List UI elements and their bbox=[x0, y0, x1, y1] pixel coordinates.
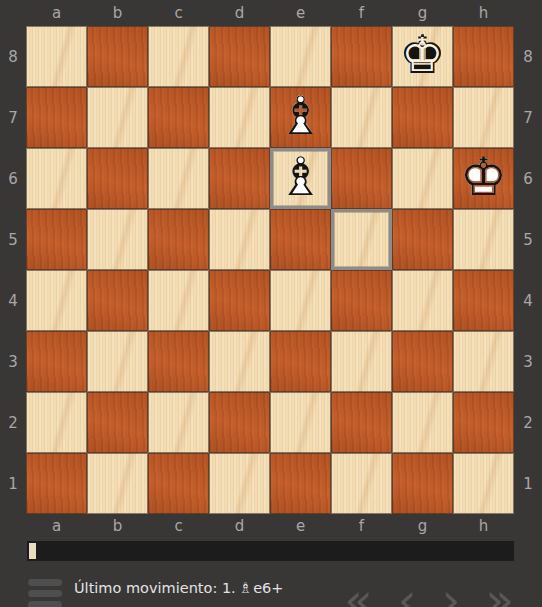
square-a2[interactable] bbox=[26, 392, 87, 453]
file-label-top-d: d bbox=[209, 0, 270, 26]
white-bishop-outline: ♗ bbox=[270, 85, 331, 146]
square-g5[interactable] bbox=[392, 209, 453, 270]
square-h6[interactable]: ♚♔ bbox=[453, 148, 514, 209]
board-corner bbox=[0, 514, 26, 537]
white-king: ♚♔ bbox=[453, 148, 514, 209]
square-b8[interactable] bbox=[87, 26, 148, 87]
rank-label-left-4: 4 bbox=[0, 270, 26, 331]
square-g2[interactable] bbox=[392, 392, 453, 453]
rank-label-right-4: 4 bbox=[514, 270, 542, 331]
file-label-top-h: h bbox=[453, 0, 514, 26]
square-a7[interactable] bbox=[26, 87, 87, 148]
square-b1[interactable] bbox=[87, 453, 148, 514]
square-f1[interactable] bbox=[331, 453, 392, 514]
square-f4[interactable] bbox=[331, 270, 392, 331]
square-g7[interactable] bbox=[392, 87, 453, 148]
board-corner bbox=[0, 0, 26, 26]
rank-label-left-1: 1 bbox=[0, 453, 26, 514]
square-c5[interactable] bbox=[148, 209, 209, 270]
square-a6[interactable] bbox=[26, 148, 87, 209]
square-a1[interactable] bbox=[26, 453, 87, 514]
rank-label-right-2: 2 bbox=[514, 392, 542, 453]
square-d4[interactable] bbox=[209, 270, 270, 331]
rank-label-left-7: 7 bbox=[0, 87, 26, 148]
square-g6[interactable] bbox=[392, 148, 453, 209]
square-d5[interactable] bbox=[209, 209, 270, 270]
square-c1[interactable] bbox=[148, 453, 209, 514]
rank-label-right-7: 7 bbox=[514, 87, 542, 148]
file-label-top-g: g bbox=[392, 0, 453, 26]
file-label-top-f: f bbox=[331, 0, 392, 26]
first-move-button[interactable]: « bbox=[344, 581, 373, 607]
square-c2[interactable] bbox=[148, 392, 209, 453]
file-label-top-e: e bbox=[270, 0, 331, 26]
white-king-outline: ♔ bbox=[453, 146, 514, 207]
square-e6[interactable]: ♝♗ bbox=[270, 148, 331, 209]
square-g1[interactable] bbox=[392, 453, 453, 514]
square-h1[interactable] bbox=[453, 453, 514, 514]
move-number: 1. bbox=[222, 580, 236, 596]
move-navigation: « ‹ › » bbox=[344, 581, 514, 607]
menu-icon[interactable] bbox=[28, 579, 62, 607]
square-a8[interactable] bbox=[26, 26, 87, 87]
bottom-toolbar: Último movimiento: 1.♗e6+ « ‹ › » bbox=[0, 565, 542, 607]
square-e1[interactable] bbox=[270, 453, 331, 514]
file-label-bottom-h: h bbox=[453, 514, 514, 537]
square-h2[interactable] bbox=[453, 392, 514, 453]
menu-icon-bar bbox=[28, 601, 62, 607]
rank-label-right-1: 1 bbox=[514, 453, 542, 514]
square-e4[interactable] bbox=[270, 270, 331, 331]
file-label-bottom-a: a bbox=[26, 514, 87, 537]
black-king: ♚♔ bbox=[392, 26, 453, 87]
file-label-bottom-f: f bbox=[331, 514, 392, 537]
rank-label-left-5: 5 bbox=[0, 209, 26, 270]
white-bishop-icon: ♗ bbox=[239, 579, 252, 597]
rank-label-left-8: 8 bbox=[0, 26, 26, 87]
square-e2[interactable] bbox=[270, 392, 331, 453]
square-f5[interactable] bbox=[331, 209, 392, 270]
square-c4[interactable] bbox=[148, 270, 209, 331]
board-corner bbox=[514, 514, 542, 537]
black-king-outline: ♔ bbox=[396, 28, 450, 82]
previous-move-button[interactable]: ‹ bbox=[398, 581, 417, 607]
square-e8[interactable] bbox=[270, 26, 331, 87]
file-label-bottom-b: b bbox=[87, 514, 148, 537]
square-h5[interactable] bbox=[453, 209, 514, 270]
square-b5[interactable] bbox=[87, 209, 148, 270]
white-bishop: ♝♗ bbox=[270, 87, 331, 148]
square-c3[interactable] bbox=[148, 331, 209, 392]
square-b4[interactable] bbox=[87, 270, 148, 331]
rank-label-right-6: 6 bbox=[514, 148, 542, 209]
square-d6[interactable] bbox=[209, 148, 270, 209]
square-b7[interactable] bbox=[87, 87, 148, 148]
square-g3[interactable] bbox=[392, 331, 453, 392]
square-f7[interactable] bbox=[331, 87, 392, 148]
square-b6[interactable] bbox=[87, 148, 148, 209]
square-e5[interactable] bbox=[270, 209, 331, 270]
square-c6[interactable] bbox=[148, 148, 209, 209]
square-e7[interactable]: ♝♗ bbox=[270, 87, 331, 148]
last-move-label: Último movimiento: bbox=[74, 580, 222, 596]
file-label-bottom-e: e bbox=[270, 514, 331, 537]
square-f8[interactable] bbox=[331, 26, 392, 87]
file-label-top-b: b bbox=[87, 0, 148, 26]
rank-label-left-6: 6 bbox=[0, 148, 26, 209]
file-label-bottom-c: c bbox=[148, 514, 209, 537]
square-d1[interactable] bbox=[209, 453, 270, 514]
move-target: e6+ bbox=[253, 580, 283, 596]
next-move-button[interactable]: › bbox=[441, 581, 460, 607]
square-h7[interactable] bbox=[453, 87, 514, 148]
file-label-top-a: a bbox=[26, 0, 87, 26]
square-d7[interactable] bbox=[209, 87, 270, 148]
square-f3[interactable] bbox=[331, 331, 392, 392]
white-bishop-outline: ♗ bbox=[270, 146, 331, 207]
white-bishop: ♝♗ bbox=[270, 148, 331, 209]
square-a5[interactable] bbox=[26, 209, 87, 270]
square-d8[interactable] bbox=[209, 26, 270, 87]
file-label-bottom-g: g bbox=[392, 514, 453, 537]
square-c8[interactable] bbox=[148, 26, 209, 87]
square-e3[interactable] bbox=[270, 331, 331, 392]
rank-label-left-3: 3 bbox=[0, 331, 26, 392]
file-label-top-c: c bbox=[148, 0, 209, 26]
file-label-bottom-d: d bbox=[209, 514, 270, 537]
square-h3[interactable] bbox=[453, 331, 514, 392]
progress-marker[interactable] bbox=[29, 543, 36, 559]
square-a4[interactable] bbox=[26, 270, 87, 331]
chessboard: abcdefgh8♚♔87♝♗76♝♗♚♔65544332211abcdefgh bbox=[0, 0, 542, 537]
rank-label-right-3: 3 bbox=[514, 331, 542, 392]
square-b2[interactable] bbox=[87, 392, 148, 453]
square-h8[interactable] bbox=[453, 26, 514, 87]
square-g8[interactable]: ♚♔ bbox=[392, 26, 453, 87]
board-corner bbox=[514, 0, 542, 26]
square-h4[interactable] bbox=[453, 270, 514, 331]
rank-label-right-8: 8 bbox=[514, 26, 542, 87]
square-f6[interactable] bbox=[331, 148, 392, 209]
game-progress-bar[interactable] bbox=[27, 541, 514, 561]
square-b3[interactable] bbox=[87, 331, 148, 392]
square-c7[interactable] bbox=[148, 87, 209, 148]
last-move-button[interactable]: » bbox=[485, 581, 514, 607]
square-g4[interactable] bbox=[392, 270, 453, 331]
menu-icon-bar bbox=[28, 579, 62, 586]
rank-label-left-2: 2 bbox=[0, 392, 26, 453]
menu-icon-bar bbox=[28, 590, 62, 597]
square-f2[interactable] bbox=[331, 392, 392, 453]
rank-label-right-5: 5 bbox=[514, 209, 542, 270]
square-a3[interactable] bbox=[26, 331, 87, 392]
square-d2[interactable] bbox=[209, 392, 270, 453]
last-move-text: Último movimiento: 1.♗e6+ bbox=[74, 579, 283, 597]
square-d3[interactable] bbox=[209, 331, 270, 392]
